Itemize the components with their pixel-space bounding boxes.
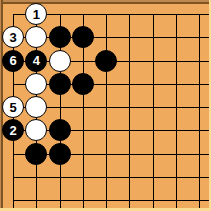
move-number: 5 bbox=[9, 101, 16, 114]
black-stone: 6 bbox=[2, 50, 24, 72]
black-stone bbox=[49, 143, 71, 165]
black-stone: 2 bbox=[2, 119, 24, 141]
board-border-bottom bbox=[0, 208, 211, 211]
board-border-right bbox=[209, 0, 211, 211]
white-stone: 1 bbox=[25, 3, 47, 25]
white-stone bbox=[49, 50, 71, 72]
grid-line-vertical bbox=[153, 14, 154, 211]
black-stone bbox=[49, 119, 71, 141]
white-stone: 3 bbox=[2, 26, 24, 48]
black-stone bbox=[25, 143, 47, 165]
move-number: 2 bbox=[9, 124, 16, 137]
black-stone: 4 bbox=[25, 50, 47, 72]
grid-line-vertical bbox=[199, 14, 200, 211]
move-number: 3 bbox=[9, 31, 16, 44]
white-stone bbox=[25, 96, 47, 118]
go-board-diagram: 136452 bbox=[0, 0, 211, 211]
white-stone: 5 bbox=[2, 96, 24, 118]
move-number: 4 bbox=[33, 54, 40, 67]
black-stone bbox=[49, 73, 71, 95]
move-number: 1 bbox=[33, 8, 40, 21]
move-number: 6 bbox=[9, 54, 16, 67]
grid-line-horizontal bbox=[13, 200, 211, 201]
black-stone bbox=[95, 50, 117, 72]
grid-line-vertical bbox=[129, 14, 130, 211]
white-stone bbox=[25, 119, 47, 141]
white-stone bbox=[25, 26, 47, 48]
black-stone bbox=[49, 26, 71, 48]
black-stone bbox=[72, 26, 94, 48]
black-stone bbox=[72, 73, 94, 95]
grid-line-vertical bbox=[106, 14, 107, 211]
grid-line-horizontal bbox=[13, 177, 211, 178]
grid-line-vertical bbox=[176, 14, 177, 211]
white-stone bbox=[25, 73, 47, 95]
